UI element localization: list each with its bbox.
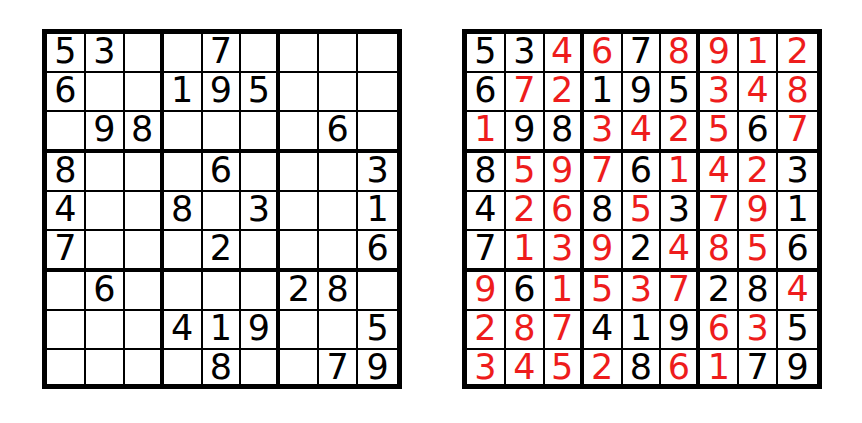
solution-cell-r8c5: 1 [623,311,662,350]
solution-cell-r4c7: 4 [700,153,739,192]
solution-cell-r7c6: 7 [661,272,700,311]
solution-cell-r1c3: 4 [545,34,584,73]
solution-cell-r7c7: 2 [700,272,739,311]
solution-cell-r8c2: 8 [506,311,545,350]
puzzle-cell-r4c1: 8 [47,153,86,192]
solution-cell-r2c2: 7 [506,73,545,112]
puzzle-cell-r5c9: 1 [358,192,397,231]
solution-cell-r5c1: 4 [467,192,506,231]
puzzle-cell-r9c8: 7 [319,350,358,387]
puzzle-cell-r4c5: 6 [203,153,242,192]
puzzle-cell-r2c5: 9 [203,73,242,112]
puzzle-cell-r4c3 [125,153,164,192]
solution-cell-r2c8: 4 [739,73,778,112]
solution-cell-r1c4: 6 [584,34,623,73]
puzzle-cell-r8c4: 4 [164,311,203,350]
puzzle-cell-r2c3 [125,73,164,112]
solution-cell-r1c6: 8 [661,34,700,73]
puzzle-cell-r8c7 [280,311,319,350]
solution-cell-r4c1: 8 [467,153,506,192]
puzzle-cell-r1c7 [280,34,319,73]
puzzle-cell-r8c5: 1 [203,311,242,350]
solution-cell-r7c8: 8 [739,272,778,311]
puzzle-cell-r9c7 [280,350,319,387]
solution-cell-r2c5: 9 [623,73,662,112]
solution-cell-r9c1: 3 [467,350,506,387]
puzzle-cell-r7c3 [125,272,164,311]
solution-cell-r1c7: 9 [700,34,739,73]
puzzle-cell-r4c9: 3 [358,153,397,192]
solution-cell-r7c2: 6 [506,272,545,311]
solution-cell-r3c9: 7 [778,112,817,153]
puzzle-cell-r5c1: 4 [47,192,86,231]
solution-cell-r6c7: 8 [700,231,739,272]
solution-cell-r9c4: 2 [584,350,623,387]
puzzle-cell-r7c5 [203,272,242,311]
puzzle-cell-r7c2: 6 [86,272,125,311]
solution-cell-r6c1: 7 [467,231,506,272]
puzzle-cell-r3c2: 9 [86,112,125,153]
puzzle-cell-r6c5: 2 [203,231,242,272]
solution-cell-r4c3: 9 [545,153,584,192]
solution-cell-r8c8: 3 [739,311,778,350]
solution-cell-r2c9: 8 [778,73,817,112]
puzzle-cell-r6c2 [86,231,125,272]
solution-cell-r1c8: 1 [739,34,778,73]
puzzle-cell-r5c6: 3 [241,192,280,231]
puzzle-cell-r4c6 [241,153,280,192]
solution-cell-r1c2: 3 [506,34,545,73]
puzzle-cell-r4c8 [319,153,358,192]
puzzle-cell-r6c4 [164,231,203,272]
solution-cell-r5c8: 9 [739,192,778,231]
puzzle-cell-r7c7: 2 [280,272,319,311]
puzzle-cell-r4c4 [164,153,203,192]
solution-cell-r2c1: 6 [467,73,506,112]
sudoku-board-puzzle: 537619598686348317266284195879 [42,29,402,389]
solution-cell-r8c7: 6 [700,311,739,350]
puzzle-cell-r3c5 [203,112,242,153]
solution-cell-r5c4: 8 [584,192,623,231]
puzzle-cell-r9c4 [164,350,203,387]
puzzle-cell-r9c1 [47,350,86,387]
puzzle-cell-r8c1 [47,311,86,350]
puzzle-cell-r5c2 [86,192,125,231]
puzzle-cell-r5c3 [125,192,164,231]
solution-cell-r2c6: 5 [661,73,700,112]
solution-cell-r6c5: 2 [623,231,662,272]
solution-cell-r9c6: 6 [661,350,700,387]
puzzle-cell-r6c6 [241,231,280,272]
puzzle-cell-r1c9 [358,34,397,73]
solution-cell-r6c9: 6 [778,231,817,272]
solution-cell-r4c4: 7 [584,153,623,192]
solution-cell-r8c3: 7 [545,311,584,350]
solution-cell-r9c7: 1 [700,350,739,387]
solution-cell-r2c7: 3 [700,73,739,112]
puzzle-cell-r3c1 [47,112,86,153]
puzzle-cell-r2c4: 1 [164,73,203,112]
solution-cell-r8c6: 9 [661,311,700,350]
solution-cell-r4c8: 2 [739,153,778,192]
solution-cell-r9c5: 8 [623,350,662,387]
solution-cell-r4c6: 1 [661,153,700,192]
solution-cell-r3c8: 6 [739,112,778,153]
solution-cell-r5c6: 3 [661,192,700,231]
puzzle-cell-r9c3 [125,350,164,387]
solution-cell-r5c5: 5 [623,192,662,231]
solution-cell-r6c6: 4 [661,231,700,272]
solution-cell-r1c5: 7 [623,34,662,73]
solution-cell-r6c3: 3 [545,231,584,272]
solution-cell-r3c2: 9 [506,112,545,153]
puzzle-cell-r7c6 [241,272,280,311]
puzzle-cell-r7c8: 8 [319,272,358,311]
solution-cell-r9c8: 7 [739,350,778,387]
puzzle-cell-r1c3 [125,34,164,73]
puzzle-cell-r2c2 [86,73,125,112]
puzzle-cell-r2c9 [358,73,397,112]
puzzle-cell-r4c2 [86,153,125,192]
solution-cell-r5c7: 7 [700,192,739,231]
solution-cell-r5c9: 1 [778,192,817,231]
solution-cell-r8c1: 2 [467,311,506,350]
solution-cell-r1c1: 5 [467,34,506,73]
puzzle-cell-r5c4: 8 [164,192,203,231]
sudoku-diagrams: 537619598686348317266284195879 534678912… [42,29,822,389]
puzzle-cell-r1c1: 5 [47,34,86,73]
puzzle-cell-r3c8: 6 [319,112,358,153]
solution-cell-r3c5: 4 [623,112,662,153]
puzzle-cell-r1c4 [164,34,203,73]
puzzle-cell-r8c3 [125,311,164,350]
solution-cell-r7c3: 1 [545,272,584,311]
puzzle-cell-r8c9: 5 [358,311,397,350]
puzzle-cell-r7c1 [47,272,86,311]
puzzle-cell-r1c5: 7 [203,34,242,73]
puzzle-cell-r2c8 [319,73,358,112]
solution-cell-r7c1: 9 [467,272,506,311]
puzzle-cell-r1c6 [241,34,280,73]
solution-cell-r5c3: 6 [545,192,584,231]
puzzle-cell-r7c4 [164,272,203,311]
solution-cell-r3c1: 1 [467,112,506,153]
solution-cell-r7c5: 3 [623,272,662,311]
puzzle-cell-r9c9: 9 [358,350,397,387]
puzzle-cell-r6c3 [125,231,164,272]
puzzle-cell-r2c6: 5 [241,73,280,112]
solution-cell-r3c6: 2 [661,112,700,153]
solution-cell-r6c2: 1 [506,231,545,272]
solution-cell-r7c9: 4 [778,272,817,311]
solution-cell-r5c2: 2 [506,192,545,231]
puzzle-cell-r1c8 [319,34,358,73]
solution-cell-r8c9: 5 [778,311,817,350]
solution-cell-r9c2: 4 [506,350,545,387]
solution-cell-r8c4: 4 [584,311,623,350]
puzzle-cell-r7c9 [358,272,397,311]
solution-cell-r3c3: 8 [545,112,584,153]
puzzle-cell-r5c8 [319,192,358,231]
puzzle-cell-r9c5: 8 [203,350,242,387]
solution-cell-r7c4: 5 [584,272,623,311]
solution-cell-r4c2: 5 [506,153,545,192]
puzzle-cell-r5c7 [280,192,319,231]
puzzle-cell-r3c6 [241,112,280,153]
puzzle-cell-r3c4 [164,112,203,153]
puzzle-cell-r8c6: 9 [241,311,280,350]
solution-cell-r6c8: 5 [739,231,778,272]
puzzle-cell-r3c3: 8 [125,112,164,153]
solution-cell-r1c9: 2 [778,34,817,73]
solution-cell-r4c5: 6 [623,153,662,192]
puzzle-cell-r2c1: 6 [47,73,86,112]
puzzle-cell-r3c7 [280,112,319,153]
solution-cell-r2c4: 1 [584,73,623,112]
puzzle-cell-r6c7 [280,231,319,272]
puzzle-cell-r3c9 [358,112,397,153]
solution-cell-r9c3: 5 [545,350,584,387]
solution-cell-r6c4: 9 [584,231,623,272]
solution-cell-r3c7: 5 [700,112,739,153]
puzzle-cell-r9c2 [86,350,125,387]
solution-cell-r2c3: 2 [545,73,584,112]
puzzle-cell-r9c6 [241,350,280,387]
sudoku-board-solution: 5346789126721953481983425678597614234268… [462,29,822,389]
puzzle-cell-r5c5 [203,192,242,231]
puzzle-cell-r4c7 [280,153,319,192]
solution-cell-r3c4: 3 [584,112,623,153]
solution-cell-r4c9: 3 [778,153,817,192]
puzzle-cell-r8c8 [319,311,358,350]
puzzle-cell-r6c9: 6 [358,231,397,272]
puzzle-cell-r6c1: 7 [47,231,86,272]
puzzle-cell-r8c2 [86,311,125,350]
solution-cell-r9c9: 9 [778,350,817,387]
puzzle-cell-r6c8 [319,231,358,272]
puzzle-cell-r2c7 [280,73,319,112]
puzzle-cell-r1c2: 3 [86,34,125,73]
